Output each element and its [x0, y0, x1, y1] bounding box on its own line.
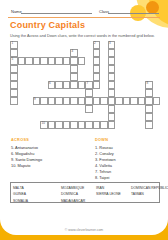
grid-cell[interactable] — [108, 97, 116, 105]
clue-number: 9 — [34, 98, 36, 101]
clue-number: 4 — [72, 50, 74, 53]
grid-cell[interactable] — [70, 121, 78, 129]
down-clues: DOWN 1. Roseau2. Conakry3. Freetown4. Va… — [95, 138, 160, 181]
grid-cell[interactable] — [108, 105, 116, 113]
grid-cell[interactable] — [78, 97, 86, 105]
down-list: 1. Roseau2. Conakry3. Freetown4. Vallett… — [95, 145, 160, 182]
grid-cell[interactable] — [100, 97, 108, 105]
clue-number: 7 — [87, 82, 89, 85]
grid-cell[interactable] — [55, 57, 63, 65]
grid-cell[interactable]: 5 — [10, 57, 18, 65]
grid-cell[interactable] — [10, 49, 18, 57]
grid-cell[interactable] — [70, 97, 78, 105]
grid-cell[interactable]: 8 — [145, 81, 153, 89]
grid-cell[interactable] — [108, 89, 116, 97]
grid-cell[interactable] — [10, 89, 18, 97]
grid-cell[interactable] — [93, 73, 101, 81]
grid-cell[interactable] — [108, 121, 116, 129]
across-clues: ACROSS 5. Antananarivo6. Mogadishu9. San… — [11, 138, 86, 169]
grid-cell[interactable]: 4 — [70, 49, 78, 57]
clue-number: 1 — [12, 42, 14, 45]
grid-cell[interactable]: 7 — [85, 81, 93, 89]
grid-cell[interactable]: 6 — [48, 81, 56, 89]
grid-cell[interactable] — [63, 57, 71, 65]
grid-cell[interactable] — [40, 97, 48, 105]
clue-item: 10. Maputo — [11, 163, 86, 169]
grid-cell[interactable] — [85, 89, 93, 97]
grid-cell[interactable] — [78, 121, 86, 129]
header-divider — [8, 17, 160, 18]
grid-cell[interactable] — [115, 97, 123, 105]
grid-cell[interactable] — [145, 105, 153, 113]
grid-cell[interactable] — [145, 89, 153, 97]
grid-cell[interactable] — [78, 57, 86, 65]
grid-cell[interactable] — [70, 65, 78, 73]
word-bank-item — [131, 198, 161, 205]
grid-cell[interactable]: 1 — [10, 41, 18, 49]
grid-cell[interactable] — [48, 121, 56, 129]
grid-cell[interactable] — [10, 65, 18, 73]
grid-cell[interactable] — [63, 97, 71, 105]
grid-cell[interactable] — [130, 97, 138, 105]
grid-cell[interactable] — [153, 97, 161, 105]
grid-cell[interactable] — [93, 65, 101, 73]
grid-cell[interactable] — [108, 73, 116, 81]
across-header: ACROSS — [11, 138, 86, 142]
grid-cell[interactable] — [70, 81, 78, 89]
clue-number: 6 — [49, 82, 51, 85]
grid-cell[interactable] — [70, 73, 78, 81]
grid-cell[interactable] — [33, 57, 41, 65]
word-bank-item — [96, 198, 131, 205]
clue-number: 5 — [12, 58, 14, 61]
grid-cell[interactable] — [70, 57, 78, 65]
grid-cell[interactable] — [145, 113, 153, 121]
grid-cell[interactable] — [108, 113, 116, 121]
grid-cell[interactable] — [10, 73, 18, 81]
grid-cell[interactable] — [93, 97, 101, 105]
grid-cell[interactable] — [63, 121, 71, 129]
grid-cell[interactable] — [145, 97, 153, 105]
clue-number: 3 — [109, 42, 111, 45]
grid-cell[interactable] — [55, 121, 63, 129]
clue-number: 10 — [42, 122, 45, 125]
clue-number: 2 — [94, 42, 96, 45]
grid-cell[interactable] — [48, 97, 56, 105]
grid-cell[interactable] — [10, 81, 18, 89]
class-blank-line[interactable] — [108, 13, 159, 14]
grid-cell[interactable] — [40, 57, 48, 65]
word-bank-item: MADAGASCAR — [61, 198, 96, 205]
grid-cell[interactable]: 2 — [93, 41, 101, 49]
grid-cell[interactable] — [48, 57, 56, 65]
grid-cell[interactable] — [85, 121, 93, 129]
grid-cell[interactable] — [108, 57, 116, 65]
grid-cell[interactable] — [93, 57, 101, 65]
grid-cell[interactable] — [25, 57, 33, 65]
grid-cell[interactable] — [10, 97, 18, 105]
grid-cell[interactable]: 3 — [108, 41, 116, 49]
grid-cell[interactable] — [85, 105, 93, 113]
grid-cell[interactable] — [55, 81, 63, 89]
across-list: 5. Antananarivo6. Mogadishu9. Santo Domi… — [11, 145, 86, 169]
grid-cell[interactable] — [108, 49, 116, 57]
instruction-text: Using the Across and Down clues, write t… — [10, 34, 160, 38]
down-header: DOWN — [95, 138, 160, 142]
grid-cell[interactable] — [108, 81, 116, 89]
clue-item: 8. Taipei — [95, 175, 160, 181]
crossword-grid: 15234678910 — [10, 41, 160, 129]
grid-cell[interactable] — [63, 81, 71, 89]
clue-number: 8 — [147, 82, 149, 85]
grid-cell[interactable] — [55, 97, 63, 105]
word-bank-item: SOMALIA — [13, 198, 61, 205]
grid-cell[interactable] — [78, 81, 86, 89]
name-blank-line[interactable] — [21, 13, 92, 14]
grid-cell[interactable] — [18, 57, 26, 65]
grid-cell[interactable] — [145, 121, 153, 129]
grid-cell[interactable]: 9 — [33, 97, 41, 105]
footer-copyright: © www.cleverlearner.com — [0, 228, 168, 232]
grid-cell[interactable]: 10 — [40, 121, 48, 129]
page-title: Country Capitals — [10, 20, 85, 30]
grid-cell[interactable] — [100, 121, 108, 129]
worksheet-page: Name Class Country Capitals Using the Ac… — [0, 0, 168, 240]
grid-cell[interactable] — [138, 97, 146, 105]
word-bank: MALTAMOZAMBIQUEIRANDOMINICAN REPUBLICGUI… — [10, 182, 160, 203]
grid-cell[interactable] — [93, 49, 101, 57]
grid-cell[interactable] — [85, 97, 93, 105]
grid-cell[interactable] — [93, 81, 101, 89]
grid-cell[interactable] — [123, 97, 131, 105]
grid-cell[interactable] — [108, 65, 116, 73]
grid-cell[interactable] — [93, 121, 101, 129]
